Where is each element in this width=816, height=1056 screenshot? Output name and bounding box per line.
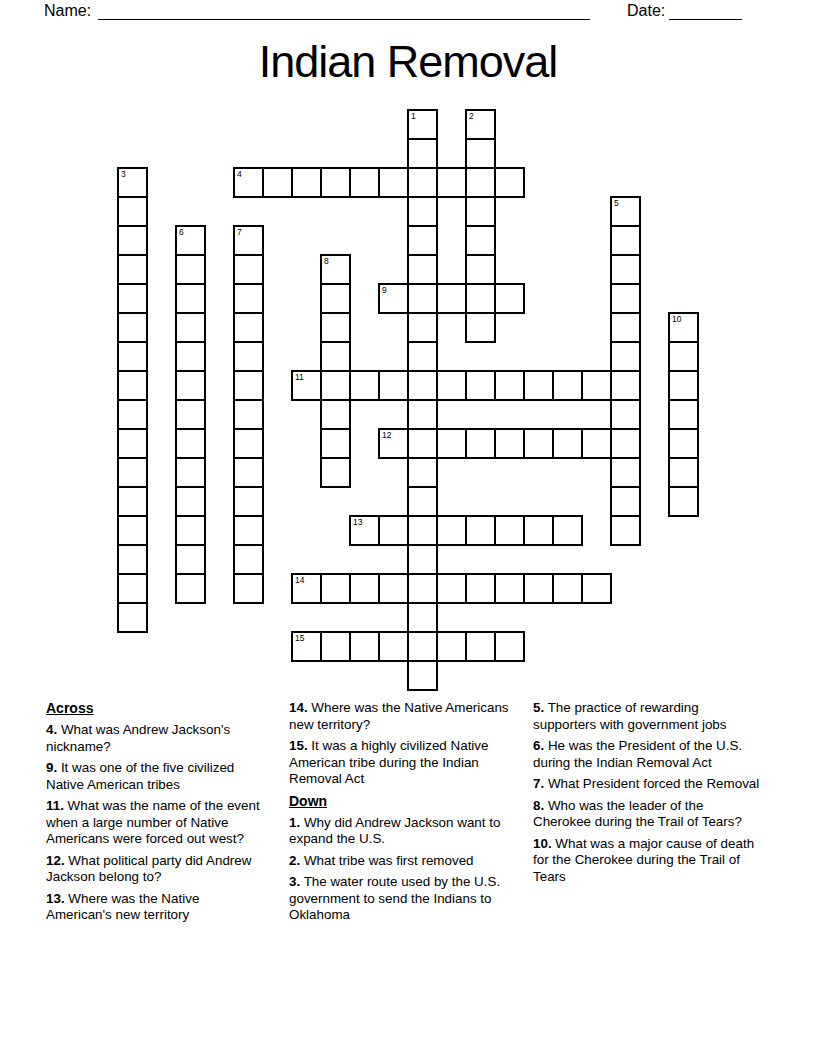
- page-title: Indian Removal: [0, 36, 816, 88]
- grid-cell-r10c7[interactable]: [320, 399, 351, 430]
- grid-cell-r3c10[interactable]: [407, 196, 438, 227]
- clue-number-10: 10: [672, 314, 681, 324]
- grid-cell-r11c2[interactable]: [175, 428, 206, 459]
- grid-cell-r9c2[interactable]: [175, 370, 206, 401]
- clue-number-3: 3: [121, 169, 126, 179]
- clue-number-6: 6: [179, 227, 184, 237]
- grid-cell-r9c16[interactable]: [581, 370, 612, 401]
- clues-column-left: Across4. What was Andrew Jackson's nickn…: [46, 700, 264, 929]
- grid-cell-r7c17[interactable]: [610, 312, 641, 343]
- grid-cell-r4c12[interactable]: [465, 225, 496, 256]
- grid-cell-r11c17[interactable]: [610, 428, 641, 459]
- grid-cell-r17c10[interactable]: [407, 602, 438, 633]
- grid-cell-r2c4[interactable]: 4: [233, 167, 264, 198]
- clue-down-2: 2. What tribe was first removed: [289, 853, 517, 870]
- clues-column-right: 5. The practice of rewarding supporters …: [533, 700, 761, 890]
- grid-cell-r4c4[interactable]: 7: [233, 225, 264, 256]
- grid-cell-r11c12[interactable]: [465, 428, 496, 459]
- grid-cell-r7c4[interactable]: [233, 312, 264, 343]
- grid-cell-r11c10[interactable]: [407, 428, 438, 459]
- grid-cell-r9c10[interactable]: [407, 370, 438, 401]
- grid-cell-r2c12[interactable]: [465, 167, 496, 198]
- grid-cell-r17c0[interactable]: [117, 602, 148, 633]
- grid-cell-r2c9[interactable]: [378, 167, 409, 198]
- grid-cell-r18c13[interactable]: [494, 631, 525, 662]
- grid-cell-r14c10[interactable]: [407, 515, 438, 546]
- grid-cell-r6c9[interactable]: 9: [378, 283, 409, 314]
- grid-cell-r6c0[interactable]: [117, 283, 148, 314]
- grid-cell-r16c13[interactable]: [494, 573, 525, 604]
- clue-down-1: 1. Why did Andrew Jackson want to expand…: [289, 815, 517, 848]
- grid-cell-r8c10[interactable]: [407, 341, 438, 372]
- grid-cell-r7c19[interactable]: 10: [668, 312, 699, 343]
- grid-cell-r9c9[interactable]: [378, 370, 409, 401]
- clue-number-2: 2: [469, 111, 474, 121]
- grid-cell-r12c4[interactable]: [233, 457, 264, 488]
- clue-number-7: 7: [237, 227, 242, 237]
- grid-cell-r16c11[interactable]: [436, 573, 467, 604]
- grid-cell-r8c0[interactable]: [117, 341, 148, 372]
- grid-cell-r2c0[interactable]: 3: [117, 167, 148, 198]
- grid-cell-r2c10[interactable]: [407, 167, 438, 198]
- grid-cell-r16c14[interactable]: [523, 573, 554, 604]
- grid-cell-r6c10[interactable]: [407, 283, 438, 314]
- clue-down-8: 8. Who was the leader of the Cherokee du…: [533, 798, 761, 831]
- grid-cell-r2c5[interactable]: [262, 167, 293, 198]
- date-label: Date:: [627, 2, 665, 20]
- across-header: Across: [46, 700, 264, 716]
- grid-cell-r18c9[interactable]: [378, 631, 409, 662]
- clue-number-15: 15: [295, 633, 304, 643]
- clue-number-8: 8: [324, 256, 329, 266]
- grid-cell-r14c13[interactable]: [494, 515, 525, 546]
- clue-across-14: 14. Where was the Native Americans new t…: [289, 700, 517, 733]
- grid-cell-r16c4[interactable]: [233, 573, 264, 604]
- grid-cell-r3c17[interactable]: 5: [610, 196, 641, 227]
- clue-number-4: 4: [237, 169, 242, 179]
- grid-cell-r2c11[interactable]: [436, 167, 467, 198]
- clue-down-5: 5. The practice of rewarding supporters …: [533, 700, 761, 733]
- date-blank-line[interactable]: [669, 2, 742, 20]
- down-header: Down: [289, 793, 517, 809]
- grid-cell-r6c12[interactable]: [465, 283, 496, 314]
- grid-cell-r6c17[interactable]: [610, 283, 641, 314]
- grid-cell-r15c4[interactable]: [233, 544, 264, 575]
- grid-cell-r9c15[interactable]: [552, 370, 583, 401]
- clue-down-3: 3. The water route used by the U.S. gove…: [289, 874, 517, 924]
- grid-cell-r4c10[interactable]: [407, 225, 438, 256]
- grid-cell-r16c6[interactable]: 14: [291, 573, 322, 604]
- clue-across-12: 12. What political party did Andrew Jack…: [46, 853, 264, 886]
- grid-cell-r16c0[interactable]: [117, 573, 148, 604]
- grid-cell-r15c0[interactable]: [117, 544, 148, 575]
- clues-column-middle: 14. Where was the Native Americans new t…: [289, 700, 517, 929]
- grid-cell-r10c10[interactable]: [407, 399, 438, 430]
- grid-cell-r14c4[interactable]: [233, 515, 264, 546]
- grid-cell-r10c0[interactable]: [117, 399, 148, 430]
- grid-cell-r10c17[interactable]: [610, 399, 641, 430]
- grid-cell-r1c10[interactable]: [407, 138, 438, 169]
- grid-cell-r10c2[interactable]: [175, 399, 206, 430]
- grid-cell-r5c4[interactable]: [233, 254, 264, 285]
- grid-cell-r13c19[interactable]: [668, 486, 699, 517]
- grid-cell-r16c12[interactable]: [465, 573, 496, 604]
- grid-cell-r14c8[interactable]: 13: [349, 515, 380, 546]
- grid-cell-r9c12[interactable]: [465, 370, 496, 401]
- clue-across-15: 15. It was a highly civilized Native Ame…: [289, 738, 517, 788]
- grid-cell-r8c19[interactable]: [668, 341, 699, 372]
- grid-cell-r2c13[interactable]: [494, 167, 525, 198]
- clue-number-12: 12: [382, 430, 391, 440]
- grid-cell-r18c12[interactable]: [465, 631, 496, 662]
- grid-cell-r14c2[interactable]: [175, 515, 206, 546]
- grid-cell-r18c7[interactable]: [320, 631, 351, 662]
- grid-cell-r18c8[interactable]: [349, 631, 380, 662]
- grid-cell-r16c8[interactable]: [349, 573, 380, 604]
- grid-cell-r14c17[interactable]: [610, 515, 641, 546]
- grid-cell-r12c2[interactable]: [175, 457, 206, 488]
- grid-cell-r6c4[interactable]: [233, 283, 264, 314]
- grid-cell-r11c16[interactable]: [581, 428, 612, 459]
- clue-across-4: 4. What was Andrew Jackson's nickname?: [46, 722, 264, 755]
- grid-cell-r10c19[interactable]: [668, 399, 699, 430]
- clue-across-13: 13. Where was the Native American's new …: [46, 891, 264, 924]
- grid-cell-r5c10[interactable]: [407, 254, 438, 285]
- grid-cell-r7c12[interactable]: [465, 312, 496, 343]
- grid-cell-r7c10[interactable]: [407, 312, 438, 343]
- grid-cell-r11c7[interactable]: [320, 428, 351, 459]
- grid-cell-r6c2[interactable]: [175, 283, 206, 314]
- grid-cell-r14c9[interactable]: [378, 515, 409, 546]
- grid-cell-r11c0[interactable]: [117, 428, 148, 459]
- grid-cell-r9c6[interactable]: 11: [291, 370, 322, 401]
- grid-cell-r3c12[interactable]: [465, 196, 496, 227]
- grid-cell-r9c17[interactable]: [610, 370, 641, 401]
- grid-cell-r8c4[interactable]: [233, 341, 264, 372]
- grid-cell-r11c13[interactable]: [494, 428, 525, 459]
- grid-cell-r2c6[interactable]: [291, 167, 322, 198]
- grid-cell-r1c12[interactable]: [465, 138, 496, 169]
- grid-cell-r0c12[interactable]: 2: [465, 109, 496, 140]
- grid-cell-r14c15[interactable]: [552, 515, 583, 546]
- grid-cell-r13c10[interactable]: [407, 486, 438, 517]
- grid-cell-r16c15[interactable]: [552, 573, 583, 604]
- grid-cell-r11c11[interactable]: [436, 428, 467, 459]
- grid-cell-r11c14[interactable]: [523, 428, 554, 459]
- grid-cell-r6c7[interactable]: [320, 283, 351, 314]
- grid-cell-r11c9[interactable]: 12: [378, 428, 409, 459]
- grid-cell-r14c11[interactable]: [436, 515, 467, 546]
- grid-cell-r16c16[interactable]: [581, 573, 612, 604]
- grid-cell-r3c0[interactable]: [117, 196, 148, 227]
- clue-number-13: 13: [353, 517, 362, 527]
- grid-cell-r18c10[interactable]: [407, 631, 438, 662]
- grid-cell-r9c11[interactable]: [436, 370, 467, 401]
- grid-cell-r14c12[interactable]: [465, 515, 496, 546]
- clue-across-11: 11. What was the name of the event when …: [46, 798, 264, 848]
- grid-cell-r12c19[interactable]: [668, 457, 699, 488]
- grid-cell-r5c17[interactable]: [610, 254, 641, 285]
- grid-cell-r10c4[interactable]: [233, 399, 264, 430]
- name-blank-line[interactable]: [98, 2, 590, 20]
- grid-cell-r0c10[interactable]: 1: [407, 109, 438, 140]
- grid-cell-r9c19[interactable]: [668, 370, 699, 401]
- grid-cell-r13c2[interactable]: [175, 486, 206, 517]
- clue-down-7: 7. What President forced the Removal: [533, 776, 761, 793]
- grid-cell-r5c2[interactable]: [175, 254, 206, 285]
- grid-cell-r9c0[interactable]: [117, 370, 148, 401]
- grid-cell-r13c4[interactable]: [233, 486, 264, 517]
- grid-cell-r8c17[interactable]: [610, 341, 641, 372]
- grid-cell-r19c10[interactable]: [407, 660, 438, 691]
- clue-down-6: 6. He was the President of the U.S. duri…: [533, 738, 761, 771]
- grid-cell-r18c6[interactable]: 15: [291, 631, 322, 662]
- grid-cell-r5c7[interactable]: 8: [320, 254, 351, 285]
- grid-cell-r7c7[interactable]: [320, 312, 351, 343]
- grid-cell-r4c2[interactable]: 6: [175, 225, 206, 256]
- grid-cell-r7c2[interactable]: [175, 312, 206, 343]
- grid-cell-r16c10[interactable]: [407, 573, 438, 604]
- grid-cell-r9c8[interactable]: [349, 370, 380, 401]
- grid-cell-r16c7[interactable]: [320, 573, 351, 604]
- grid-cell-r9c7[interactable]: [320, 370, 351, 401]
- crossword-grid: 123456789101112131415: [117, 109, 700, 692]
- grid-cell-r15c2[interactable]: [175, 544, 206, 575]
- grid-cell-r16c2[interactable]: [175, 573, 206, 604]
- grid-cell-r4c17[interactable]: [610, 225, 641, 256]
- grid-cell-r7c0[interactable]: [117, 312, 148, 343]
- grid-cell-r15c10[interactable]: [407, 544, 438, 575]
- grid-cell-r12c17[interactable]: [610, 457, 641, 488]
- clue-across-9: 9. It was one of the five civilized Nati…: [46, 760, 264, 793]
- grid-cell-r12c0[interactable]: [117, 457, 148, 488]
- grid-cell-r11c4[interactable]: [233, 428, 264, 459]
- clue-down-10: 10. What was a major cause of death for …: [533, 836, 761, 886]
- grid-cell-r5c0[interactable]: [117, 254, 148, 285]
- grid-cell-r12c10[interactable]: [407, 457, 438, 488]
- grid-cell-r12c7[interactable]: [320, 457, 351, 488]
- grid-cell-r18c11[interactable]: [436, 631, 467, 662]
- clue-number-5: 5: [614, 198, 619, 208]
- clue-number-14: 14: [295, 575, 304, 585]
- clue-number-1: 1: [411, 111, 416, 121]
- grid-cell-r6c13[interactable]: [494, 283, 525, 314]
- grid-cell-r4c0[interactable]: [117, 225, 148, 256]
- grid-cell-r8c2[interactable]: [175, 341, 206, 372]
- grid-cell-r2c7[interactable]: [320, 167, 351, 198]
- grid-cell-r8c7[interactable]: [320, 341, 351, 372]
- grid-cell-r16c9[interactable]: [378, 573, 409, 604]
- grid-cell-r13c0[interactable]: [117, 486, 148, 517]
- clue-number-9: 9: [382, 285, 387, 295]
- clue-number-11: 11: [295, 372, 304, 382]
- grid-cell-r11c19[interactable]: [668, 428, 699, 459]
- grid-cell-r9c13[interactable]: [494, 370, 525, 401]
- grid-cell-r11c15[interactable]: [552, 428, 583, 459]
- grid-cell-r13c17[interactable]: [610, 486, 641, 517]
- grid-cell-r2c8[interactable]: [349, 167, 380, 198]
- grid-cell-r6c11[interactable]: [436, 283, 467, 314]
- grid-cell-r14c14[interactable]: [523, 515, 554, 546]
- grid-cell-r9c14[interactable]: [523, 370, 554, 401]
- name-label: Name:: [44, 2, 91, 20]
- grid-cell-r14c0[interactable]: [117, 515, 148, 546]
- grid-cell-r5c12[interactable]: [465, 254, 496, 285]
- grid-cell-r9c4[interactable]: [233, 370, 264, 401]
